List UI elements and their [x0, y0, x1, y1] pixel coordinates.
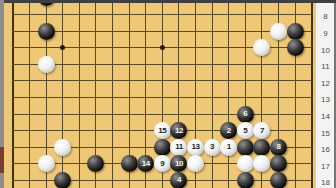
stone-black-15-14[interactable]: 6 — [237, 106, 254, 123]
row-label-17: 17 — [318, 162, 334, 171]
stone-black-6-17[interactable] — [87, 155, 104, 172]
grid-line-vertical — [112, 0, 113, 188]
move-number-label: 1 — [227, 143, 231, 151]
stone-black-15-16[interactable] — [237, 139, 254, 156]
row-label-14: 14 — [318, 112, 334, 121]
move-number-label: 9 — [160, 160, 164, 168]
move-number-label: 7 — [260, 127, 264, 135]
stone-black-17-18[interactable] — [270, 172, 287, 188]
move-number-label: 12 — [175, 127, 183, 135]
move-number-label: 2 — [227, 127, 231, 135]
window-top-edge — [0, 0, 336, 3]
stone-white-3-11[interactable] — [38, 56, 55, 73]
hoshi-point — [60, 45, 65, 50]
left-edge-accent — [0, 147, 4, 173]
grid-line-horizontal — [12, 80, 313, 81]
grid-line-horizontal — [12, 114, 313, 115]
move-number-label: 6 — [243, 110, 247, 118]
stone-black-14-15[interactable]: 2 — [220, 122, 237, 139]
stone-black-18-10[interactable] — [287, 39, 304, 56]
move-number-label: 4 — [177, 176, 181, 184]
stone-white-16-10[interactable] — [253, 39, 270, 56]
stone-white-3-17[interactable] — [38, 155, 55, 172]
move-number-label: 11 — [175, 143, 182, 151]
stone-white-10-17[interactable]: 9 — [154, 155, 171, 172]
stone-white-15-15[interactable]: 5 — [237, 122, 254, 139]
move-number-label: 5 — [243, 127, 247, 135]
row-label-18: 18 — [318, 178, 334, 187]
row-label-strip: 89101112131415161718 — [315, 0, 336, 188]
stone-black-8-17[interactable] — [121, 155, 138, 172]
grid-line-vertical — [311, 0, 313, 188]
stone-black-16-16[interactable] — [253, 139, 270, 156]
row-label-15: 15 — [318, 129, 334, 138]
move-number-label: 13 — [192, 143, 200, 151]
stone-white-10-15[interactable]: 15 — [154, 122, 171, 139]
move-number-label: 10 — [175, 160, 183, 168]
stone-black-11-15[interactable]: 12 — [170, 122, 187, 139]
stone-black-4-18[interactable] — [54, 172, 71, 188]
row-label-13: 13 — [318, 95, 334, 104]
move-number-label: 14 — [142, 160, 150, 168]
row-label-16: 16 — [318, 145, 334, 154]
grid-line-vertical — [228, 0, 229, 188]
stone-white-16-17[interactable] — [253, 155, 270, 172]
row-label-11: 11 — [318, 62, 334, 71]
move-number-label: 3 — [210, 143, 214, 151]
move-number-label: 15 — [158, 127, 166, 135]
grid-line-vertical — [12, 0, 14, 188]
stone-black-9-17[interactable]: 14 — [137, 155, 154, 172]
window-left-edge — [0, 0, 4, 188]
stone-black-10-16[interactable] — [154, 139, 171, 156]
stone-black-11-17[interactable]: 10 — [170, 155, 187, 172]
stone-white-12-17[interactable] — [187, 155, 204, 172]
stone-black-15-18[interactable] — [237, 172, 254, 188]
grid-line-vertical — [29, 0, 30, 188]
grid-line-horizontal — [12, 64, 313, 65]
row-label-10: 10 — [318, 46, 334, 55]
row-label-12: 12 — [318, 79, 334, 88]
grid-line-vertical — [212, 0, 213, 188]
grid-line-vertical — [62, 0, 63, 188]
stone-white-13-16[interactable]: 3 — [204, 139, 221, 156]
stone-white-15-17[interactable] — [237, 155, 254, 172]
stone-black-3-9[interactable] — [38, 23, 55, 40]
stone-black-17-16[interactable]: 8 — [270, 139, 287, 156]
grid-line-horizontal — [12, 31, 313, 32]
move-number-label: 8 — [277, 143, 281, 151]
go-board[interactable]: 615122571113318149104 — [0, 0, 316, 188]
stone-white-16-15[interactable]: 7 — [253, 122, 270, 139]
stone-white-14-16[interactable]: 1 — [220, 139, 237, 156]
stone-black-11-18[interactable]: 4 — [170, 172, 187, 188]
stone-black-17-17[interactable] — [270, 155, 287, 172]
row-label-9: 9 — [318, 29, 334, 38]
row-label-8: 8 — [318, 12, 334, 21]
grid-line-horizontal — [12, 97, 313, 98]
stone-white-17-9[interactable] — [270, 23, 287, 40]
go-app-screen: 615122571113318149104 891011121314151617… — [0, 0, 336, 188]
hoshi-point — [160, 45, 165, 50]
stone-white-12-16[interactable]: 13 — [187, 139, 204, 156]
stone-black-18-9[interactable] — [287, 23, 304, 40]
stone-white-11-16[interactable]: 11 — [170, 139, 187, 156]
stone-white-4-16[interactable] — [54, 139, 71, 156]
grid-line-horizontal — [12, 14, 313, 15]
grid-line-vertical — [79, 0, 80, 188]
